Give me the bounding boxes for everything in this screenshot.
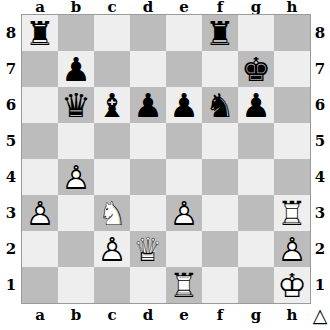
square-h4[interactable]	[274, 159, 310, 195]
square-h5[interactable]	[274, 123, 310, 159]
chess-diagram: abcdefgh 87654321 ♜♜♟♚♛♝♟♟♞♟♟♙♟♙♞♘♟♙♜♖♟♙…	[0, 0, 330, 330]
file-label-b: b	[58, 0, 94, 15]
square-c2[interactable]: ♟♙	[94, 231, 130, 267]
rank-labels-right: 87654321	[310, 15, 330, 303]
square-c5[interactable]	[94, 123, 130, 159]
square-b2[interactable]	[58, 231, 94, 267]
square-a2[interactable]	[22, 231, 58, 267]
file-labels-top: abcdefgh	[22, 0, 310, 15]
rank-label-5: 5	[310, 123, 330, 159]
file-label-h: h	[274, 303, 310, 323]
square-g2[interactable]	[238, 231, 274, 267]
black-pawn: ♟	[58, 51, 94, 87]
square-c7[interactable]	[94, 51, 130, 87]
square-e3[interactable]: ♟♙	[166, 195, 202, 231]
square-f4[interactable]	[202, 159, 238, 195]
black-rook: ♜	[202, 15, 238, 51]
square-d3[interactable]	[130, 195, 166, 231]
rank-label-4: 4	[0, 159, 22, 195]
white-pawn: ♟♙	[22, 195, 58, 231]
square-c6[interactable]: ♝	[94, 87, 130, 123]
rank-label-7: 7	[310, 51, 330, 87]
white-pawn: ♟♙	[274, 231, 310, 267]
square-b5[interactable]	[58, 123, 94, 159]
square-f2[interactable]	[202, 231, 238, 267]
square-e2[interactable]	[166, 231, 202, 267]
square-b7[interactable]: ♟	[58, 51, 94, 87]
square-a5[interactable]	[22, 123, 58, 159]
square-f8[interactable]: ♜	[202, 15, 238, 51]
white-king: ♚♔	[274, 267, 310, 303]
rank-label-2: 2	[310, 231, 330, 267]
corner-top-left	[0, 0, 22, 15]
square-d7[interactable]	[130, 51, 166, 87]
square-c8[interactable]	[94, 15, 130, 51]
file-label-c: c	[94, 0, 130, 15]
black-queen: ♛	[58, 87, 94, 123]
square-h1[interactable]: ♚♔	[274, 267, 310, 303]
rank-labels-left: 87654321	[0, 15, 22, 303]
square-h3[interactable]: ♜♖	[274, 195, 310, 231]
square-b6[interactable]: ♛	[58, 87, 94, 123]
square-d1[interactable]	[130, 267, 166, 303]
square-e8[interactable]	[166, 15, 202, 51]
file-label-g: g	[238, 303, 274, 323]
square-b1[interactable]	[58, 267, 94, 303]
square-e1[interactable]: ♜♖	[166, 267, 202, 303]
square-g4[interactable]	[238, 159, 274, 195]
square-h7[interactable]	[274, 51, 310, 87]
white-to-move-indicator-icon: △	[313, 303, 328, 325]
rank-label-1: 1	[0, 267, 22, 303]
square-b8[interactable]	[58, 15, 94, 51]
square-g6[interactable]: ♟	[238, 87, 274, 123]
square-d4[interactable]	[130, 159, 166, 195]
square-e4[interactable]	[166, 159, 202, 195]
rank-label-5: 5	[0, 123, 22, 159]
square-f6[interactable]: ♞	[202, 87, 238, 123]
file-label-g: g	[238, 0, 274, 15]
chess-board: ♜♜♟♚♛♝♟♟♞♟♟♙♟♙♞♘♟♙♜♖♟♙♛♕♟♙♜♖♚♔	[22, 15, 310, 303]
square-g7[interactable]: ♚	[238, 51, 274, 87]
rank-label-1: 1	[310, 267, 330, 303]
white-rook: ♜♖	[166, 267, 202, 303]
square-d8[interactable]	[130, 15, 166, 51]
square-c4[interactable]	[94, 159, 130, 195]
square-f7[interactable]	[202, 51, 238, 87]
square-f3[interactable]	[202, 195, 238, 231]
file-label-a: a	[22, 303, 58, 323]
black-pawn: ♟	[166, 87, 202, 123]
black-rook: ♜	[22, 15, 58, 51]
square-h6[interactable]	[274, 87, 310, 123]
rank-label-3: 3	[0, 195, 22, 231]
file-label-d: d	[130, 0, 166, 15]
file-label-d: d	[130, 303, 166, 323]
square-g3[interactable]	[238, 195, 274, 231]
rank-label-6: 6	[310, 87, 330, 123]
file-label-f: f	[202, 303, 238, 323]
square-e6[interactable]: ♟	[166, 87, 202, 123]
black-knight: ♞	[202, 87, 238, 123]
square-d6[interactable]: ♟	[130, 87, 166, 123]
square-f1[interactable]	[202, 267, 238, 303]
square-a1[interactable]	[22, 267, 58, 303]
black-pawn: ♟	[130, 87, 166, 123]
square-d2[interactable]: ♛♕	[130, 231, 166, 267]
rank-label-7: 7	[0, 51, 22, 87]
square-b4[interactable]: ♟♙	[58, 159, 94, 195]
white-queen: ♛♕	[130, 231, 166, 267]
square-c3[interactable]: ♞♘	[94, 195, 130, 231]
white-pawn: ♟♙	[166, 195, 202, 231]
square-d5[interactable]	[130, 123, 166, 159]
square-a4[interactable]	[22, 159, 58, 195]
square-c1[interactable]	[94, 267, 130, 303]
white-pawn: ♟♙	[58, 159, 94, 195]
white-knight: ♞♘	[94, 195, 130, 231]
corner-bottom-left	[0, 303, 22, 330]
square-h2[interactable]: ♟♙	[274, 231, 310, 267]
file-label-b: b	[58, 303, 94, 323]
white-rook: ♜♖	[274, 195, 310, 231]
square-e5[interactable]	[166, 123, 202, 159]
corner-top-right	[310, 0, 330, 15]
black-pawn: ♟	[238, 87, 274, 123]
corner-bottom-right: △	[310, 303, 330, 330]
square-e7[interactable]	[166, 51, 202, 87]
square-a7[interactable]	[22, 51, 58, 87]
square-a6[interactable]	[22, 87, 58, 123]
black-king: ♚	[238, 51, 274, 87]
rank-label-4: 4	[310, 159, 330, 195]
file-label-e: e	[166, 0, 202, 15]
file-label-c: c	[94, 303, 130, 323]
square-g1[interactable]	[238, 267, 274, 303]
square-a3[interactable]: ♟♙	[22, 195, 58, 231]
file-labels-bottom: abcdefgh	[22, 303, 310, 330]
square-g5[interactable]	[238, 123, 274, 159]
square-g8[interactable]	[238, 15, 274, 51]
file-label-h: h	[274, 0, 310, 15]
file-label-e: e	[166, 303, 202, 323]
square-h8[interactable]	[274, 15, 310, 51]
square-b3[interactable]	[58, 195, 94, 231]
square-f5[interactable]	[202, 123, 238, 159]
rank-label-6: 6	[0, 87, 22, 123]
square-a8[interactable]: ♜	[22, 15, 58, 51]
rank-label-2: 2	[0, 231, 22, 267]
rank-label-8: 8	[0, 15, 22, 51]
rank-label-8: 8	[310, 15, 330, 51]
white-pawn: ♟♙	[94, 231, 130, 267]
black-bishop: ♝	[94, 87, 130, 123]
rank-label-3: 3	[310, 195, 330, 231]
